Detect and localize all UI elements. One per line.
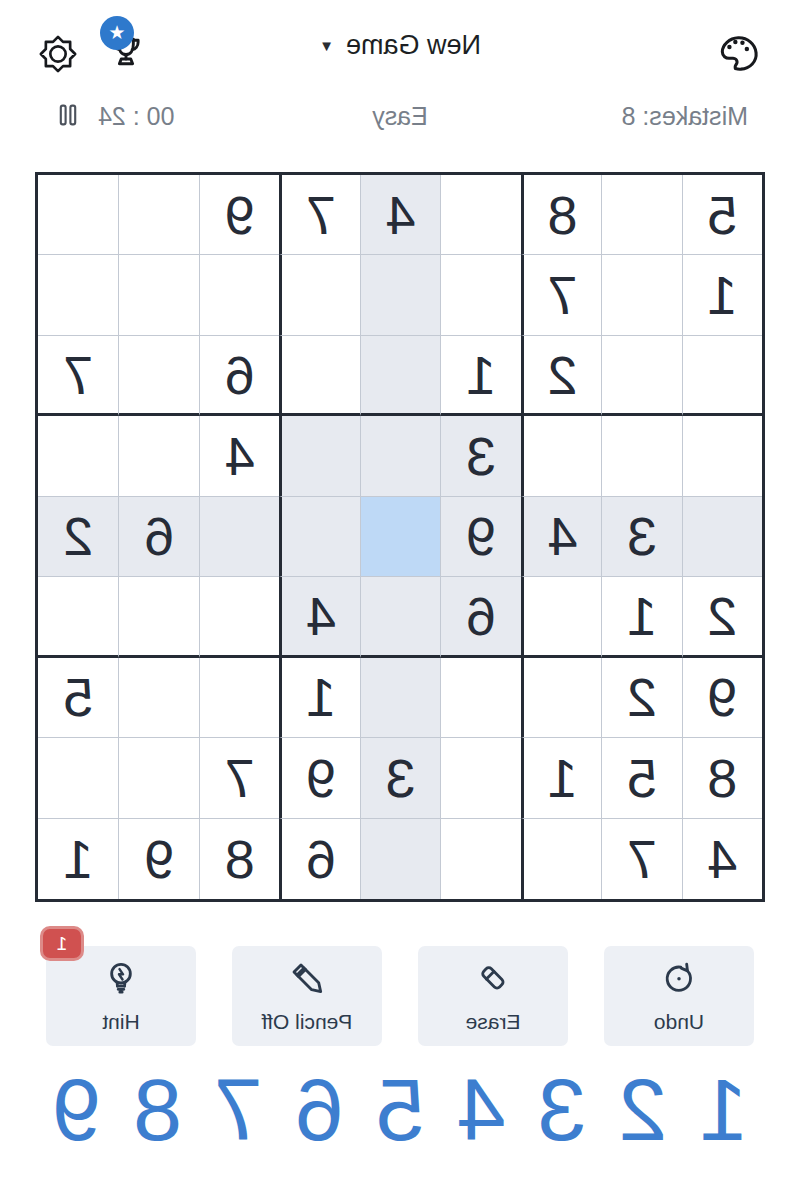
undo-button[interactable]: Undo xyxy=(604,946,754,1046)
board-cell-r7c9[interactable]: 5 xyxy=(38,658,118,738)
board-cell-r5c4[interactable]: 9 xyxy=(440,497,520,577)
new-game-label: New Game xyxy=(346,30,481,61)
board-cell-r3c5[interactable] xyxy=(360,336,440,416)
board-cell-r7c6[interactable]: 1 xyxy=(279,658,359,738)
board-cell-r6c5[interactable] xyxy=(360,577,440,657)
bulb-icon xyxy=(101,958,141,1003)
status-bar: Mistakes: 8 Easy 00 : 24 xyxy=(0,96,800,136)
board-cell-r9c2[interactable]: 7 xyxy=(601,819,681,899)
erase-label: Erase xyxy=(466,1010,521,1034)
board-cell-r1c2[interactable] xyxy=(601,175,681,255)
numpad-digit-9[interactable]: 9 xyxy=(52,1066,101,1154)
trophy-button[interactable]: ★ xyxy=(104,30,148,77)
numpad-digit-7[interactable]: 7 xyxy=(214,1066,263,1154)
palette-icon xyxy=(716,29,762,78)
board-cell-r8c2[interactable]: 5 xyxy=(601,738,681,818)
board-cell-r9c5[interactable] xyxy=(360,819,440,899)
board-cell-r9c8[interactable]: 9 xyxy=(118,819,198,899)
board-cell-r6c1[interactable]: 2 xyxy=(682,577,762,657)
pause-icon xyxy=(52,99,84,134)
board-cell-r4c3[interactable] xyxy=(521,416,601,496)
eraser-icon xyxy=(473,958,513,1003)
numpad-digit-4[interactable]: 4 xyxy=(456,1066,505,1154)
board-cell-r2c6[interactable] xyxy=(279,255,359,335)
board-cell-r6c2[interactable]: 1 xyxy=(601,577,681,657)
board-cell-r5c2[interactable]: 3 xyxy=(601,497,681,577)
erase-button[interactable]: Erase xyxy=(418,946,568,1046)
board-cell-r4c7[interactable]: 4 xyxy=(199,416,279,496)
star-badge: ★ xyxy=(100,16,134,50)
board-cell-r4c9[interactable] xyxy=(38,416,118,496)
board-cell-r6c6[interactable]: 4 xyxy=(279,577,359,657)
board-cell-r1c6[interactable]: 7 xyxy=(279,175,359,255)
board-cell-r5c6[interactable] xyxy=(279,497,359,577)
board-cell-r5c8[interactable]: 6 xyxy=(118,497,198,577)
board-cell-r8c7[interactable]: 7 xyxy=(199,738,279,818)
board-cell-r2c3[interactable]: 7 xyxy=(521,255,601,335)
board-cell-r5c7[interactable] xyxy=(199,497,279,577)
board-cell-r5c3[interactable]: 4 xyxy=(521,497,601,577)
numpad-digit-8[interactable]: 8 xyxy=(133,1066,182,1154)
board-cell-r1c7[interactable]: 9 xyxy=(199,175,279,255)
board-cell-r5c1[interactable] xyxy=(682,497,762,577)
board-cell-r8c6[interactable]: 9 xyxy=(279,738,359,818)
board-cell-r6c9[interactable] xyxy=(38,577,118,657)
board-cell-r3c9[interactable]: 7 xyxy=(38,336,118,416)
board-cell-r4c5[interactable] xyxy=(360,416,440,496)
numpad-digit-6[interactable]: 6 xyxy=(295,1066,344,1154)
board-cell-r2c9[interactable] xyxy=(38,255,118,335)
board-cell-r9c1[interactable]: 4 xyxy=(682,819,762,899)
settings-button[interactable] xyxy=(38,34,78,77)
controls-row: Undo Erase Pencil Off xyxy=(0,946,800,1046)
pencil-button[interactable]: Pencil Off xyxy=(232,946,382,1046)
board-cell-r1c9[interactable] xyxy=(38,175,118,255)
board-cell-r3c6[interactable] xyxy=(279,336,359,416)
numpad-digit-2[interactable]: 2 xyxy=(618,1066,667,1154)
board-cell-r6c3[interactable] xyxy=(521,577,601,657)
pencil-icon xyxy=(287,958,327,1003)
board-cell-r2c2[interactable] xyxy=(601,255,681,335)
board-cell-r8c5[interactable]: 3 xyxy=(360,738,440,818)
board-cell-r9c6[interactable]: 6 xyxy=(279,819,359,899)
board-cell-r1c8[interactable] xyxy=(118,175,198,255)
pause-button[interactable] xyxy=(52,99,84,134)
mistakes-counter: Mistakes: 8 xyxy=(622,102,748,131)
top-bar: New Game ▼ ★ xyxy=(0,0,800,82)
board-cell-r8c3[interactable]: 1 xyxy=(521,738,601,818)
board-cell-r2c5[interactable] xyxy=(360,255,440,335)
sudoku-board: 58479172167343496221649215851397476891 xyxy=(35,172,765,902)
board-cell-r8c9[interactable] xyxy=(38,738,118,818)
gear-icon xyxy=(38,34,78,77)
board-cell-r2c8[interactable] xyxy=(118,255,198,335)
board-cell-r5c9[interactable]: 2 xyxy=(38,497,118,577)
board-cell-r6c4[interactable]: 6 xyxy=(440,577,520,657)
board-cell-r4c4[interactable]: 3 xyxy=(440,416,520,496)
board-cell-r2c4[interactable] xyxy=(440,255,520,335)
board-cell-r9c9[interactable]: 1 xyxy=(38,819,118,899)
board-cell-r7c1[interactable]: 9 xyxy=(682,658,762,738)
board-cell-r7c2[interactable]: 2 xyxy=(601,658,681,738)
pencil-label: Pencil Off xyxy=(262,1010,353,1034)
board-cell-r3c1[interactable] xyxy=(682,336,762,416)
board-cell-r1c5[interactable]: 4 xyxy=(360,175,440,255)
board-cell-r3c3[interactable]: 2 xyxy=(521,336,601,416)
board-cell-r7c7[interactable] xyxy=(199,658,279,738)
numpad-digit-3[interactable]: 3 xyxy=(537,1066,586,1154)
hint-count-badge: 1 xyxy=(40,926,84,961)
undo-icon xyxy=(659,958,699,1003)
board-cell-r9c4[interactable] xyxy=(440,819,520,899)
board-cell-r3c7[interactable]: 6 xyxy=(199,336,279,416)
hint-label: Hint xyxy=(102,1010,139,1034)
board-cell-r9c3[interactable] xyxy=(521,819,601,899)
board-cell-r5c5[interactable] xyxy=(360,497,440,577)
difficulty-label: Easy xyxy=(372,102,428,131)
board-cell-r6c8[interactable] xyxy=(118,577,198,657)
undo-label: Undo xyxy=(654,1010,704,1034)
theme-palette-button[interactable] xyxy=(716,29,762,78)
board-cell-r1c4[interactable] xyxy=(440,175,520,255)
board-cell-r1c3[interactable]: 8 xyxy=(521,175,601,255)
board-cell-r9c7[interactable]: 8 xyxy=(199,819,279,899)
board-cell-r4c8[interactable] xyxy=(118,416,198,496)
board-cell-r6c7[interactable] xyxy=(199,577,279,657)
board-cell-r2c7[interactable] xyxy=(199,255,279,335)
timer: 00 : 24 xyxy=(98,102,174,131)
board-cell-r3c8[interactable] xyxy=(118,336,198,416)
board-cell-r2c1[interactable]: 1 xyxy=(682,255,762,335)
board-cell-r7c3[interactable] xyxy=(521,658,601,738)
board-cell-r7c4[interactable] xyxy=(440,658,520,738)
hint-button[interactable]: Hint 1 xyxy=(46,946,196,1046)
board-cell-r7c8[interactable] xyxy=(118,658,198,738)
board-cell-r8c8[interactable] xyxy=(118,738,198,818)
board-cell-r4c1[interactable] xyxy=(682,416,762,496)
board-cell-r3c4[interactable]: 1 xyxy=(440,336,520,416)
numpad-digit-1[interactable]: 1 xyxy=(699,1066,748,1154)
board-cell-r4c2[interactable] xyxy=(601,416,681,496)
number-pad: 123456789 xyxy=(0,1066,800,1154)
chevron-down-icon: ▼ xyxy=(319,38,334,53)
board-cell-r7c5[interactable] xyxy=(360,658,440,738)
board-cell-r1c1[interactable]: 5 xyxy=(682,175,762,255)
new-game-dropdown[interactable]: New Game ▼ xyxy=(319,30,481,61)
numpad-digit-5[interactable]: 5 xyxy=(376,1066,425,1154)
board-cell-r8c4[interactable] xyxy=(440,738,520,818)
board-cell-r3c2[interactable] xyxy=(601,336,681,416)
board-cell-r8c1[interactable]: 8 xyxy=(682,738,762,818)
board-cell-r4c6[interactable] xyxy=(279,416,359,496)
sudoku-app: New Game ▼ ★ xyxy=(0,0,800,1200)
